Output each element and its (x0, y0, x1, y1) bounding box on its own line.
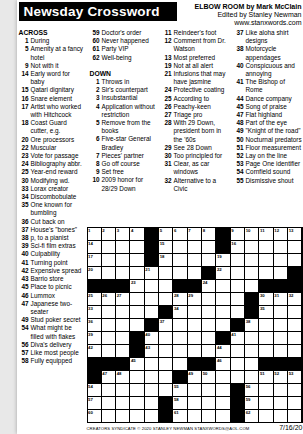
black-cell (116, 280, 129, 292)
grid-cell[interactable] (130, 319, 143, 331)
black-cell (145, 319, 158, 331)
clue-across-59: 59Doctor's order (90, 29, 157, 37)
cell-number: 20 (88, 267, 93, 272)
grid-cell[interactable] (216, 384, 229, 396)
grid-cell[interactable] (130, 371, 143, 383)
grid-cell[interactable] (145, 306, 158, 318)
grid-cell[interactable]: 35 (259, 306, 272, 318)
clue-text: Set free (102, 168, 157, 176)
grid-cell[interactable] (130, 384, 143, 396)
clue-across-25: 25Year-end reward (19, 168, 86, 176)
clue-text: Comment from Dr. Watson (174, 37, 230, 53)
clue-across-42: 42Expensive spread (19, 267, 86, 275)
grid-cell[interactable]: 34 (173, 306, 186, 318)
grid-cell[interactable] (202, 306, 215, 318)
grid-cell[interactable]: 56 (245, 384, 258, 396)
grid-cell[interactable] (274, 384, 287, 396)
grid-cell[interactable] (231, 345, 244, 357)
grid-cell[interactable] (116, 254, 129, 266)
grid-cell[interactable] (188, 397, 201, 409)
grid-cell[interactable] (173, 254, 186, 266)
grid-cell[interactable] (259, 319, 272, 331)
grid-cell[interactable] (216, 280, 229, 292)
clue-text: Coast Guard cutter, e.g. (31, 119, 86, 135)
grid-cell[interactable] (231, 280, 244, 292)
cell-number: 8 (203, 228, 205, 233)
grid-cell[interactable] (202, 254, 215, 266)
clue-number: 61 (90, 45, 100, 53)
grid-cell[interactable]: 45 (130, 358, 143, 370)
clue-across-34: 34Discombobulate (19, 193, 86, 201)
grid-cell[interactable] (102, 241, 115, 253)
grid-cell[interactable]: 16 (231, 241, 244, 253)
grid-cell[interactable]: 29 (188, 293, 201, 305)
clue-text: Five-star General Bradley (102, 135, 157, 151)
clue-number: 45 (234, 103, 244, 111)
clue-number: 17 (19, 103, 29, 119)
grid-cell[interactable] (159, 332, 172, 344)
grid-cell[interactable]: 24 (202, 280, 215, 292)
black-cell (159, 306, 172, 318)
grid-cell[interactable] (159, 267, 172, 279)
clue-number: 57 (19, 349, 29, 357)
grid-cell[interactable] (231, 358, 244, 370)
clue-down-8: 8Go off course (90, 160, 157, 168)
clue-text: One known for bumbling (31, 201, 86, 217)
grid-cell[interactable]: 28 (173, 293, 186, 305)
grid-cell[interactable]: 25 (88, 293, 101, 305)
clue-number: 42 (19, 267, 29, 275)
grid-cell[interactable] (116, 397, 129, 409)
grid-cell[interactable]: 7 (188, 228, 201, 240)
grid-cell[interactable]: 4 (130, 228, 143, 240)
cell-number: 36 (88, 319, 93, 324)
grid-cell[interactable] (245, 280, 258, 292)
grid-cell[interactable]: 54 (88, 384, 101, 396)
grid-cell[interactable] (245, 254, 258, 266)
clue-across-39: 39Sci-fi film extras (19, 242, 86, 250)
grid-cell[interactable] (130, 293, 143, 305)
grid-cell[interactable] (159, 280, 172, 292)
grid-cell[interactable]: 58 (173, 397, 186, 409)
grid-cell[interactable] (159, 371, 172, 383)
grid-cell[interactable]: 17 (88, 254, 101, 266)
clue-across-14: 14Early word for baby (19, 70, 86, 86)
grid-cell[interactable] (202, 384, 215, 396)
clue-across-58: 58Fully equipped (19, 357, 86, 365)
grid-cell[interactable] (188, 254, 201, 266)
clue-number: 30 (162, 152, 172, 160)
grid-cell[interactable]: 42 (88, 345, 101, 357)
grid-cell[interactable] (245, 241, 258, 253)
grid-cell[interactable]: 13 (288, 228, 301, 240)
grid-cell[interactable] (173, 332, 186, 344)
clue-number: 37 (234, 29, 244, 45)
grid-cell[interactable]: 55 (173, 384, 186, 396)
grid-cell[interactable] (288, 345, 301, 357)
grid-cell[interactable]: 27 (116, 293, 129, 305)
clue-down-38: 38Motorcycle appendages (234, 45, 303, 61)
grid-cell[interactable] (288, 319, 301, 331)
cell-number: 10 (246, 228, 251, 233)
clue-column-3: 11Reindeer's foot12Comment from Dr. Wats… (162, 29, 230, 193)
clue-across-35: 35One known for bumbling (19, 201, 86, 217)
grid-cell[interactable]: 51 (259, 371, 272, 383)
cell-number: 30 (260, 293, 265, 298)
clue-number: 12 (162, 37, 172, 53)
grid-cell[interactable]: 19 (216, 254, 229, 266)
grid-cell[interactable]: 36 (88, 319, 101, 331)
grid-cell[interactable] (102, 345, 115, 357)
grid-cell[interactable] (259, 267, 272, 279)
grid-cell[interactable] (274, 267, 287, 279)
clue-text: Dismissive shout (246, 177, 303, 185)
grid-cell[interactable] (130, 241, 143, 253)
cell-number: 39 (88, 332, 93, 337)
grid-cell[interactable]: 44 (216, 345, 229, 357)
grid-cell[interactable]: 5 (159, 228, 172, 240)
grid-cell[interactable] (259, 345, 272, 357)
black-cell (88, 371, 101, 383)
grid-cell[interactable] (130, 410, 143, 422)
grid-cell[interactable] (202, 410, 215, 422)
grid-cell[interactable] (259, 254, 272, 266)
grid-cell[interactable]: 12 (274, 228, 287, 240)
grid-cell[interactable] (216, 371, 229, 383)
grid-cell[interactable] (116, 306, 129, 318)
grid-cell[interactable]: 47 (102, 371, 115, 383)
clue-text: According to (174, 95, 230, 103)
grid-cell[interactable] (145, 280, 158, 292)
clue-across-43: 43Barrio store (19, 275, 86, 283)
clue-number: 20 (19, 136, 29, 144)
grid-cell[interactable] (288, 254, 301, 266)
clue-number: 36 (19, 218, 29, 226)
cell-number: 56 (246, 384, 251, 389)
grid-cell[interactable] (102, 319, 115, 331)
cell-number: 48 (117, 371, 122, 376)
clue-text: Cut back on (31, 218, 86, 226)
grid-cell[interactable] (274, 254, 287, 266)
grid-cell[interactable]: 49 (188, 371, 201, 383)
grid-cell[interactable] (288, 332, 301, 344)
clue-text: "Knight of the road" (246, 127, 303, 135)
grid-cell[interactable] (274, 345, 287, 357)
cell-number: 2 (102, 228, 104, 233)
clue-text: Song of praise (246, 103, 303, 111)
clue-number: 24 (162, 86, 172, 94)
grid-cell[interactable] (188, 241, 201, 253)
grid-cell[interactable] (173, 319, 186, 331)
grid-cell[interactable]: 22 (216, 267, 229, 279)
puzzle-header: ELBOW ROOM by Mark McClain Edited by Sta… (195, 3, 302, 27)
clue-across-47: 47Japanese two-seater (19, 300, 86, 316)
clue-text: Flat highland (246, 111, 303, 119)
grid-cell[interactable]: 37 (159, 319, 172, 331)
grid-cell[interactable] (274, 410, 287, 422)
grid-cell[interactable]: 21 (145, 267, 158, 279)
grid-cell[interactable]: 3 (116, 228, 129, 240)
grid-cell[interactable] (173, 345, 186, 357)
grid-cell[interactable] (116, 410, 129, 422)
grid-cell[interactable]: 61 (173, 410, 186, 422)
clue-text: Snare element (31, 95, 86, 103)
black-cell (88, 280, 101, 292)
grid-cell[interactable]: 57 (88, 397, 101, 409)
grid-cell[interactable] (202, 345, 215, 357)
clue-number: 5 (90, 119, 100, 135)
grid-cell[interactable]: 14 (88, 241, 101, 253)
clue-text: Fully equipped (31, 357, 86, 365)
grid-cell[interactable] (102, 397, 115, 409)
clue-across-54: 54What might be filled with flakes (19, 324, 86, 340)
grid-cell[interactable] (116, 384, 129, 396)
grid-cell[interactable] (288, 410, 301, 422)
cell-number: 29 (188, 293, 193, 298)
grid-cell[interactable] (145, 384, 158, 396)
clue-text: Application without restriction (102, 103, 157, 119)
grid-cell[interactable]: 30 (259, 293, 272, 305)
black-cell (231, 410, 244, 422)
grid-cell[interactable] (288, 397, 301, 409)
grid-cell[interactable] (116, 241, 129, 253)
grid-cell[interactable] (274, 319, 287, 331)
grid-cell[interactable] (116, 332, 129, 344)
clue-number: 7 (90, 152, 100, 160)
cell-number: 49 (188, 371, 193, 376)
grid-cell[interactable] (188, 332, 201, 344)
clue-number: 56 (19, 341, 29, 349)
clue-text: Lay on the line (246, 152, 303, 160)
cell-number: 26 (102, 293, 107, 298)
grid-cell[interactable]: 9 (231, 228, 244, 240)
clue-number: 53 (234, 160, 244, 168)
grid-cell[interactable] (231, 254, 244, 266)
grid-cell[interactable] (216, 397, 229, 409)
grid-cell[interactable] (188, 345, 201, 357)
grid-cell[interactable] (274, 397, 287, 409)
grid-cell[interactable]: 52 (274, 371, 287, 383)
grid-cell[interactable] (159, 358, 172, 370)
grid-cell[interactable] (130, 254, 143, 266)
grid-cell[interactable] (116, 345, 129, 357)
grid-cell[interactable] (231, 371, 244, 383)
grid-cell[interactable] (216, 410, 229, 422)
grid-cell[interactable] (245, 332, 258, 344)
grid-cell[interactable]: 46 (216, 358, 229, 370)
clue-text: Too principled for (174, 152, 230, 160)
grid-cell[interactable] (202, 293, 215, 305)
clue-text: Japanese two-seater (31, 300, 86, 316)
clue-across-38: 38p, to a pianist (19, 234, 86, 242)
grid-cell[interactable] (231, 267, 244, 279)
grid-cell[interactable] (130, 306, 143, 318)
clue-across-49: 49Stud poker secret (19, 316, 86, 324)
grid-cell[interactable]: 48 (116, 371, 129, 383)
grid-cell[interactable] (245, 267, 258, 279)
grid-cell[interactable] (259, 332, 272, 344)
grid-cell[interactable] (274, 306, 287, 318)
grid-cell[interactable] (145, 397, 158, 409)
clue-number: 25 (162, 95, 172, 103)
grid-cell[interactable] (102, 410, 115, 422)
grid-cell[interactable] (102, 267, 115, 279)
grid-cell[interactable] (145, 410, 158, 422)
grid-cell[interactable] (159, 384, 172, 396)
grid-cell[interactable] (274, 332, 287, 344)
clue-text: Lummox (31, 292, 86, 300)
clue-number: 60 (90, 37, 100, 45)
grid-cell[interactable]: 31 (274, 293, 287, 305)
cell-number: 23 (131, 280, 136, 285)
puzzle-website: www.stanxwords.com (195, 19, 302, 27)
clue-across-1: 1During (19, 37, 86, 45)
grid-cell[interactable]: 6 (173, 228, 186, 240)
cell-number: 32 (289, 293, 294, 298)
grid-cell[interactable]: 10 (245, 228, 258, 240)
grid-cell[interactable] (102, 384, 115, 396)
clue-number: 45 (19, 283, 29, 291)
grid-cell[interactable] (231, 293, 244, 305)
grid-cell[interactable] (288, 306, 301, 318)
grid-cell[interactable] (173, 358, 186, 370)
grid-cell[interactable]: 33 (88, 306, 101, 318)
clue-down-7: 7Pieces' partner (90, 152, 157, 160)
grid-cell[interactable] (116, 267, 129, 279)
cell-number: 43 (145, 345, 150, 350)
grid-cell[interactable]: 11 (259, 228, 272, 240)
grid-cell[interactable]: 38 (245, 319, 258, 331)
cell-number: 22 (217, 267, 222, 272)
clue-number: 9 (19, 62, 29, 70)
clue-list-header: DOWN (90, 70, 157, 78)
grid-cell[interactable]: 1 (88, 228, 101, 240)
grid-cell[interactable] (259, 241, 272, 253)
cell-number: 50 (203, 371, 208, 376)
grid-cell[interactable] (288, 384, 301, 396)
grid-cell[interactable]: 15 (159, 241, 172, 253)
grid-cell[interactable]: 59 (245, 397, 258, 409)
grid-cell[interactable] (173, 267, 186, 279)
grid-cell[interactable] (245, 358, 258, 370)
grid-cell[interactable] (259, 397, 272, 409)
grid-cell[interactable] (116, 319, 129, 331)
clue-text: Amenity at a fancy hotel (31, 45, 86, 61)
grid-cell[interactable] (130, 267, 143, 279)
clue-number: 47 (19, 300, 29, 316)
clue-down-12: 12Comment from Dr. Watson (162, 37, 230, 53)
grid-cell[interactable]: 2 (102, 228, 115, 240)
grid-cell[interactable] (173, 241, 186, 253)
cell-number: 53 (289, 371, 294, 376)
clue-number: 8 (90, 160, 100, 168)
cell-number: 41 (231, 332, 236, 337)
cell-number: 52 (274, 371, 279, 376)
grid-cell[interactable]: 18 (159, 254, 172, 266)
grid-cell[interactable]: 23 (130, 280, 143, 292)
grid-cell[interactable] (159, 293, 172, 305)
grid-cell[interactable] (202, 241, 215, 253)
grid-cell[interactable] (130, 397, 143, 409)
cell-number: 13 (289, 228, 294, 233)
grid-cell[interactable] (188, 384, 201, 396)
grid-cell[interactable] (145, 293, 158, 305)
grid-cell[interactable] (245, 371, 258, 383)
grid-cell[interactable] (288, 241, 301, 253)
grid-cell[interactable] (145, 358, 158, 370)
grid-cell[interactable]: 53 (288, 371, 301, 383)
clue-across-62: 62Well-being (90, 54, 157, 62)
clue-across-56: 56Diva's delivery (19, 341, 86, 349)
grid-cell[interactable] (216, 293, 229, 305)
black-cell (102, 358, 115, 370)
clue-across-45: 45Place to picnic (19, 283, 86, 291)
clue-number: 3 (90, 94, 100, 102)
grid-cell[interactable] (159, 345, 172, 357)
grid-cell[interactable]: 62 (245, 410, 258, 422)
grid-cell[interactable] (102, 332, 115, 344)
grid-cell[interactable] (202, 319, 215, 331)
grid-cell[interactable]: 32 (288, 293, 301, 305)
grid-cell[interactable] (188, 410, 201, 422)
grid-cell[interactable]: 50 (202, 371, 215, 383)
black-cell (216, 241, 229, 253)
grid-cell[interactable] (259, 410, 272, 422)
grid-cell[interactable] (216, 306, 229, 318)
grid-cell[interactable] (102, 254, 115, 266)
clue-number: 59 (90, 29, 100, 37)
clue-number: 23 (19, 152, 29, 160)
grid-cell[interactable]: 8 (202, 228, 215, 240)
clue-number: 46 (19, 292, 29, 300)
cell-number: 24 (203, 280, 208, 285)
grid-cell[interactable] (102, 306, 115, 318)
grid-cell[interactable] (202, 397, 215, 409)
clue-down-1: 1Throws in (90, 78, 157, 86)
grid-cell[interactable] (245, 345, 258, 357)
clue-down-11: 11Reindeer's foot (162, 29, 230, 37)
grid-cell[interactable]: 60 (88, 410, 101, 422)
grid-cell[interactable]: 41 (231, 332, 244, 344)
clue-across-60: 60Never happened (90, 37, 157, 45)
grid-cell[interactable] (188, 267, 201, 279)
grid-cell[interactable] (188, 306, 201, 318)
clue-across-23: 23Vote for passage (19, 152, 86, 160)
grid-cell[interactable]: 20 (88, 267, 101, 279)
grid-cell[interactable]: 40 (145, 332, 158, 344)
syndicate-credit: CREATORS SYNDICATE © 2020 STANLEY NEWMAN… (87, 423, 250, 431)
clue-text: Page One identifier (246, 160, 303, 168)
clue-number: 32 (162, 177, 172, 193)
clue-text: Protective coating (174, 86, 230, 94)
grid-cell[interactable] (231, 306, 244, 318)
grid-cell[interactable] (274, 241, 287, 253)
grid-cell[interactable]: 43 (145, 345, 158, 357)
clue-text: Never happened (102, 37, 157, 45)
grid-cell[interactable] (188, 319, 201, 331)
grid-cell[interactable]: 39 (88, 332, 101, 344)
clue-text: Not with it (31, 62, 86, 70)
clue-text: Artist who worked with Hitchcock (31, 103, 86, 119)
grid-cell[interactable] (216, 319, 229, 331)
grid-cell[interactable] (145, 371, 158, 383)
clue-text: Discombobulate (31, 193, 86, 201)
grid-cell[interactable]: 26 (102, 293, 115, 305)
clue-number: 51 (234, 144, 244, 152)
grid-cell[interactable] (202, 332, 215, 344)
grid-cell[interactable] (259, 384, 272, 396)
clue-down-4: 4Application without restriction (90, 103, 157, 119)
